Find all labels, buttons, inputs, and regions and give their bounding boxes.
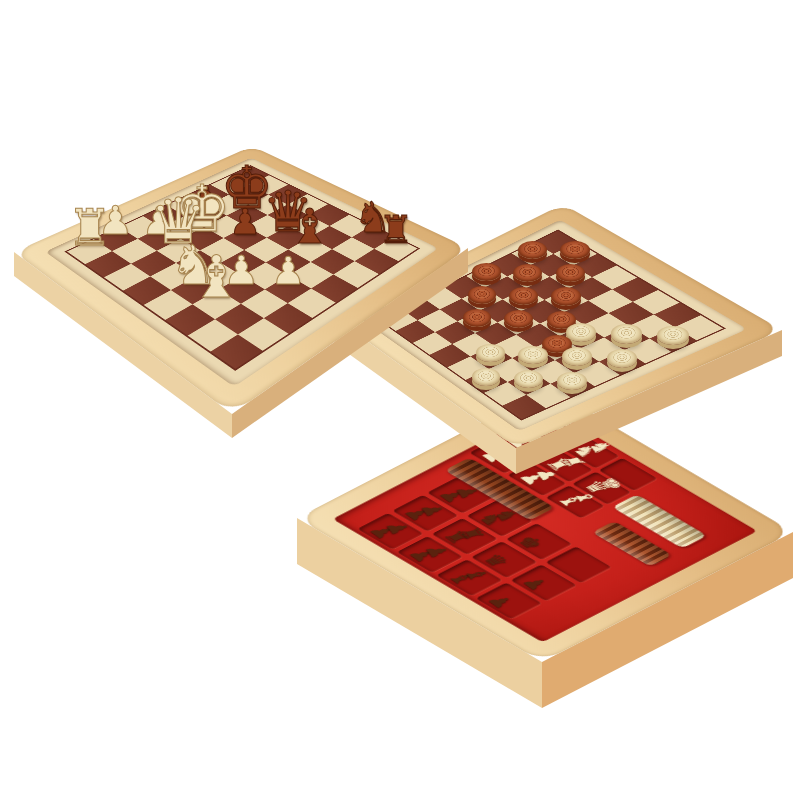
square — [131, 251, 176, 277]
chess-piece-wQ: ♛ — [147, 190, 210, 253]
square — [231, 166, 269, 185]
dark-lying-piece-Q: ♛ — [479, 551, 513, 569]
square — [144, 290, 192, 320]
square — [185, 205, 226, 227]
square — [462, 288, 503, 311]
square — [379, 309, 417, 331]
square — [104, 264, 150, 291]
square — [624, 339, 671, 364]
dark-lying-piece-K: ♚ — [514, 533, 548, 551]
square — [242, 262, 288, 289]
tray-slot: ♟ — [476, 583, 542, 620]
tray-slot — [546, 546, 612, 583]
square — [218, 276, 265, 304]
square — [512, 347, 555, 371]
dark-lying-piece-R: ♜ — [456, 525, 488, 542]
chess-board: ♜♟♟♟♛♚♚♟♞♛♝♟♝♟♞♜ — [0, 0, 800, 800]
checker-white — [557, 372, 587, 391]
chessboard-frame — [14, 146, 468, 414]
checker-red — [513, 264, 542, 282]
checker-white — [657, 326, 689, 346]
square — [266, 250, 311, 276]
tray-slot: ♞♞ — [560, 435, 619, 468]
square — [422, 287, 462, 309]
square — [502, 395, 545, 419]
checker-red — [468, 286, 496, 304]
dark-lying-piece-P: ♟ — [400, 505, 434, 523]
chess-piece-wB: ♝ — [187, 248, 245, 306]
dark-lying-piece-N: ♞ — [474, 510, 508, 528]
light-lying-piece-K: ♚ — [596, 475, 628, 492]
square — [466, 265, 507, 288]
checkers-board — [0, 0, 800, 800]
square — [535, 336, 579, 360]
square — [507, 371, 550, 395]
square — [189, 185, 229, 205]
square — [119, 216, 162, 239]
square — [226, 205, 267, 227]
dark-lying-piece-P: ♟ — [421, 543, 453, 560]
square — [521, 300, 564, 323]
checkersboard-border-line — [377, 229, 726, 420]
chess-piece-wP: ♟ — [96, 201, 135, 240]
chess-piece-bR: ♜ — [377, 211, 416, 250]
dark-lying-piece-N: ♞ — [491, 507, 523, 524]
square — [331, 237, 374, 261]
tray-slot: ♟♟ — [427, 477, 493, 514]
chess-piece-wN: ♞ — [167, 238, 222, 293]
square — [123, 277, 170, 305]
light-lying-piece-N: ♞ — [585, 439, 617, 456]
chess-piece-wP: ♟ — [140, 202, 178, 240]
square — [207, 195, 247, 216]
square — [604, 326, 650, 350]
square — [516, 323, 559, 347]
square — [240, 289, 288, 318]
square — [238, 319, 288, 351]
square — [633, 290, 679, 314]
square — [470, 346, 512, 369]
square — [588, 289, 633, 313]
square — [200, 238, 244, 263]
square — [559, 325, 603, 349]
square — [599, 350, 645, 375]
tray-slot: ♜♜ — [432, 518, 498, 555]
chess-piece-wP: ♟ — [221, 251, 261, 291]
checkersboard-surface — [360, 220, 747, 431]
dark-lying-piece-P: ♟ — [382, 520, 414, 537]
square — [267, 205, 308, 227]
chessboard-border-line — [64, 165, 420, 371]
checker-red — [472, 263, 500, 281]
dark-lying-piece-B: ♝ — [461, 566, 493, 583]
square — [435, 321, 475, 344]
chess-piece-bQ: ♛ — [260, 184, 316, 240]
square — [439, 299, 479, 322]
square — [214, 304, 263, 335]
checker-red — [504, 310, 533, 328]
square — [675, 315, 723, 340]
tray-slot: ♝♝ — [436, 559, 502, 596]
product-photo-scene: ♟♟♟♟♟♟♟♟♜♜♞♞♝♝♛♚♟♟♟♟♟♟♟♟♟♟♜♜♞♞♝♝♛♚ ♜♟♟♟♛… — [0, 0, 800, 800]
checker-white — [611, 324, 642, 343]
tray-slot: ♝♝ — [546, 485, 605, 518]
checker-red — [463, 309, 491, 327]
checker-red — [509, 287, 538, 305]
square — [309, 226, 351, 249]
square — [553, 242, 596, 265]
chess-piece-bB: ♝ — [286, 203, 334, 251]
chess-piece-wP: ♟ — [269, 252, 307, 290]
checker-red — [518, 241, 547, 259]
chessboard-grid — [67, 166, 418, 369]
square — [330, 215, 371, 237]
square — [447, 356, 488, 379]
square — [268, 185, 307, 205]
square — [246, 215, 288, 238]
tray-slot: ♚ — [506, 523, 572, 560]
light-lying-piece-B: ♝ — [570, 489, 602, 506]
square — [143, 205, 185, 227]
square — [489, 254, 530, 277]
square — [568, 277, 612, 301]
square — [311, 275, 357, 303]
frame-wall-left — [14, 252, 232, 438]
square — [264, 303, 313, 334]
square — [288, 262, 333, 289]
dark-lying-piece-P: ♟ — [435, 487, 469, 505]
square — [549, 265, 592, 288]
square — [465, 369, 507, 393]
white-checkers-stack — [612, 494, 708, 549]
dark-lying-piece-P: ♟ — [518, 574, 552, 592]
square — [221, 250, 266, 276]
checker-white — [607, 349, 638, 368]
square — [531, 360, 575, 384]
square — [535, 231, 578, 254]
square — [244, 238, 288, 263]
square — [592, 266, 637, 290]
square — [156, 238, 200, 263]
light-lying-piece-R: ♜ — [542, 455, 576, 473]
square — [573, 254, 617, 277]
tray-slot: ♛♚ — [572, 472, 631, 505]
chessboard-pieces-layer: ♜♟♟♟♛♚♚♟♞♛♝♟♝♟♞♜ — [0, 0, 800, 800]
dark-lying-piece-P: ♟ — [404, 546, 438, 564]
square — [396, 320, 435, 343]
tray-slot: ♟♟ — [357, 513, 423, 550]
square — [333, 261, 378, 288]
square — [530, 254, 573, 277]
checkersboard-grid — [379, 231, 723, 419]
checker-red — [551, 287, 581, 305]
square — [430, 344, 470, 367]
square — [248, 194, 288, 215]
checker-red — [560, 241, 590, 259]
square — [196, 263, 242, 290]
square — [649, 327, 696, 352]
square — [176, 250, 221, 276]
chess-piece-wK: ♚ — [170, 177, 234, 241]
chess-piece-bP: ♟ — [188, 182, 223, 217]
square — [555, 349, 599, 373]
wooden-frame-side-walls — [0, 0, 800, 800]
storage-box: ♟♟♟♟♟♟♟♟♜♜♞♞♝♝♛♚♟♟♟♟♟♟♟♟♟♟♜♜♞♞♝♝♛♚ — [0, 0, 800, 800]
square — [654, 302, 701, 327]
frame-wall-right — [232, 248, 468, 438]
light-lying-piece-P: ♟ — [520, 430, 552, 447]
light-lying-piece-B: ♝ — [553, 492, 587, 510]
square — [400, 298, 439, 320]
square — [310, 249, 354, 274]
light-lying-piece-P: ♟ — [477, 447, 511, 465]
square — [192, 290, 240, 320]
square — [167, 195, 208, 216]
square — [181, 227, 224, 251]
square — [288, 215, 330, 237]
checker-white — [476, 344, 505, 362]
square — [150, 263, 196, 290]
tray-slot: ♜♜ — [534, 449, 593, 482]
dark-lying-piece-P: ♟ — [417, 502, 449, 519]
tray-slot: ♟ — [511, 565, 577, 602]
square — [267, 226, 310, 249]
square — [444, 276, 484, 299]
dark-lying-piece-P: ♟ — [451, 484, 483, 501]
wooden-frame-side-walls — [0, 0, 800, 800]
square — [165, 304, 214, 335]
square — [550, 373, 595, 397]
tray-slot: ♛ — [471, 541, 537, 578]
square — [628, 314, 674, 339]
square — [584, 313, 629, 337]
checker-white — [566, 323, 596, 342]
square — [211, 335, 263, 369]
square — [187, 319, 238, 352]
square — [352, 226, 394, 249]
light-lying-piece-N: ♞ — [568, 442, 602, 460]
tray-slot: ♟♟ — [469, 441, 528, 474]
checkersboard-pieces-layer — [0, 0, 800, 800]
chess-piece-wR: ♜ — [64, 203, 114, 253]
frame-wall-right — [542, 532, 793, 708]
tray-slot: ♟♟ — [522, 413, 581, 446]
frame-wall-right — [516, 330, 782, 474]
square — [210, 175, 249, 194]
square — [85, 251, 131, 277]
chess-piece-bK: ♚ — [217, 159, 276, 218]
light-lying-piece-P: ♟ — [547, 416, 579, 433]
square — [204, 215, 246, 238]
frame-wall-left — [297, 518, 542, 708]
red-felt-tray: ♟♟♟♟♟♟♟♟♜♜♞♞♝♝♛♚♟♟♟♟♟♟♟♟♟♟♜♜♞♞♝♝♛♚ — [333, 408, 757, 642]
square — [498, 311, 540, 334]
square — [162, 216, 204, 239]
square — [484, 382, 526, 406]
light-lying-piece-P: ♟ — [515, 469, 549, 487]
tray-slot — [599, 458, 658, 491]
chess-piece-bN: ♞ — [352, 197, 394, 239]
square — [544, 289, 587, 313]
checker-white — [518, 346, 547, 364]
dark-checkers-stack — [444, 457, 555, 520]
tray-slot: ♞♞ — [467, 500, 533, 537]
square — [564, 301, 608, 325]
dark-lying-piece-P: ♟ — [365, 523, 399, 541]
tray-slot: ♟♟ — [496, 427, 555, 460]
square — [488, 358, 530, 382]
square — [94, 227, 138, 251]
square — [575, 362, 620, 387]
square — [112, 239, 156, 264]
light-lying-piece-P: ♟ — [494, 444, 526, 461]
square — [413, 332, 453, 355]
square — [249, 175, 288, 194]
frame-wall-left — [335, 318, 516, 474]
chess-piece-bP: ♟ — [227, 204, 262, 239]
square — [512, 242, 554, 265]
dark-lying-piece-R: ♜ — [439, 528, 473, 546]
box-frame: ♟♟♟♟♟♟♟♟♜♜♞♞♝♝♛♚♟♟♟♟♟♟♟♟♟♟♜♜♞♞♝♝♛♚ — [297, 388, 793, 662]
square — [502, 288, 544, 311]
square — [540, 312, 584, 336]
checker-white — [514, 370, 543, 388]
square — [67, 239, 112, 264]
square — [137, 227, 180, 251]
square — [484, 276, 525, 299]
red-checkers-stack — [592, 521, 673, 567]
square — [375, 237, 418, 261]
checker-red — [547, 311, 577, 329]
square — [526, 384, 570, 408]
square — [265, 275, 312, 303]
square — [612, 278, 658, 302]
square — [526, 277, 569, 300]
checker-red — [542, 335, 572, 353]
square — [171, 276, 218, 304]
square — [452, 333, 493, 356]
checker-red — [556, 264, 586, 282]
square — [579, 337, 624, 361]
light-lying-piece-P: ♟ — [503, 433, 537, 451]
light-lying-piece-P: ♟ — [532, 466, 564, 483]
square — [288, 289, 336, 318]
light-lying-piece-P: ♟ — [530, 419, 564, 437]
tray-slot: ♟♟ — [392, 495, 458, 532]
checker-white — [472, 368, 501, 386]
square — [308, 204, 349, 226]
dark-lying-piece-B: ♝ — [444, 569, 478, 587]
square — [417, 309, 457, 332]
square — [475, 322, 517, 345]
checker-white — [562, 347, 592, 366]
dark-lying-piece-P: ♟ — [483, 592, 517, 610]
square — [507, 265, 549, 288]
square — [224, 226, 267, 250]
wooden-frame-side-walls — [0, 0, 800, 800]
tray-slot: ♟♟ — [507, 463, 566, 496]
square — [288, 237, 331, 261]
light-lying-piece-R: ♜ — [558, 452, 590, 469]
square — [288, 194, 328, 215]
square — [229, 185, 269, 205]
checkersboard-frame — [335, 204, 782, 448]
square — [480, 299, 521, 322]
tray-slot: ♟♟ — [397, 536, 463, 573]
chessboard-surface — [45, 158, 438, 387]
square — [493, 335, 535, 359]
square — [608, 302, 654, 326]
square — [354, 249, 398, 274]
square — [457, 310, 498, 333]
light-lying-piece-Q: ♛ — [580, 478, 614, 496]
